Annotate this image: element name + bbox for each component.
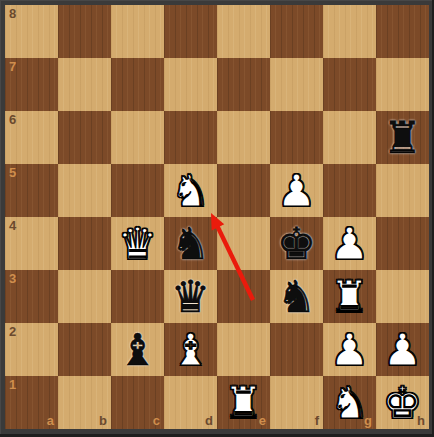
square-a3[interactable]: 3	[5, 270, 58, 323]
white-rook-g3[interactable]: ♜	[330, 270, 369, 323]
white-queen-c4[interactable]: ♛	[118, 217, 157, 270]
rank-label-5: 5	[9, 165, 16, 180]
square-b6[interactable]	[58, 111, 111, 164]
square-h2[interactable]: ♟	[376, 323, 429, 376]
square-d8[interactable]	[164, 5, 217, 58]
square-h4[interactable]	[376, 217, 429, 270]
file-label-c: c	[153, 413, 160, 428]
white-rook-e1[interactable]: ♜	[224, 376, 263, 429]
square-g2[interactable]: ♟	[323, 323, 376, 376]
square-c5[interactable]	[111, 164, 164, 217]
chess-app-window: 876♜5♞♟4♛♞♚♟3♛♞♜2♝♝♟♟1abcde♜fg♞h♚	[0, 0, 434, 437]
square-f5[interactable]: ♟	[270, 164, 323, 217]
file-label-a: a	[47, 413, 54, 428]
square-g4[interactable]: ♟	[323, 217, 376, 270]
square-d6[interactable]	[164, 111, 217, 164]
square-e7[interactable]	[217, 58, 270, 111]
square-b5[interactable]	[58, 164, 111, 217]
square-b4[interactable]	[58, 217, 111, 270]
white-king-h1[interactable]: ♚	[383, 376, 422, 429]
square-c4[interactable]: ♛	[111, 217, 164, 270]
square-f8[interactable]	[270, 5, 323, 58]
black-knight-d4[interactable]: ♞	[171, 217, 210, 270]
square-d2[interactable]: ♝	[164, 323, 217, 376]
square-h8[interactable]	[376, 5, 429, 58]
square-c1[interactable]: c	[111, 376, 164, 429]
square-e6[interactable]	[217, 111, 270, 164]
square-c7[interactable]	[111, 58, 164, 111]
square-a2[interactable]: 2	[5, 323, 58, 376]
white-pawn-g4[interactable]: ♟	[330, 217, 369, 270]
square-g5[interactable]	[323, 164, 376, 217]
square-e2[interactable]	[217, 323, 270, 376]
square-e5[interactable]	[217, 164, 270, 217]
square-a4[interactable]: 4	[5, 217, 58, 270]
square-d4[interactable]: ♞	[164, 217, 217, 270]
square-e8[interactable]	[217, 5, 270, 58]
square-a1[interactable]: 1a	[5, 376, 58, 429]
square-f1[interactable]: f	[270, 376, 323, 429]
square-b3[interactable]	[58, 270, 111, 323]
square-a5[interactable]: 5	[5, 164, 58, 217]
square-g6[interactable]	[323, 111, 376, 164]
file-label-b: b	[99, 413, 107, 428]
square-c2[interactable]: ♝	[111, 323, 164, 376]
square-b8[interactable]	[58, 5, 111, 58]
rank-label-4: 4	[9, 218, 16, 233]
black-king-f4[interactable]: ♚	[277, 217, 316, 270]
square-a8[interactable]: 8	[5, 5, 58, 58]
square-f4[interactable]: ♚	[270, 217, 323, 270]
square-f7[interactable]	[270, 58, 323, 111]
square-a6[interactable]: 6	[5, 111, 58, 164]
square-b2[interactable]	[58, 323, 111, 376]
file-label-d: d	[205, 413, 213, 428]
square-b1[interactable]: b	[58, 376, 111, 429]
square-h3[interactable]	[376, 270, 429, 323]
square-h6[interactable]: ♜	[376, 111, 429, 164]
file-label-f: f	[315, 413, 319, 428]
rank-label-1: 1	[9, 377, 16, 392]
square-d1[interactable]: d	[164, 376, 217, 429]
white-pawn-g2[interactable]: ♟	[330, 323, 369, 376]
square-d5[interactable]: ♞	[164, 164, 217, 217]
black-bishop-c2[interactable]: ♝	[118, 323, 157, 376]
square-f2[interactable]	[270, 323, 323, 376]
rank-label-7: 7	[9, 59, 16, 74]
square-d3[interactable]: ♛	[164, 270, 217, 323]
black-queen-d3[interactable]: ♛	[171, 270, 210, 323]
square-c6[interactable]	[111, 111, 164, 164]
square-g1[interactable]: g♞	[323, 376, 376, 429]
black-rook-h6[interactable]: ♜	[383, 111, 422, 164]
rank-label-3: 3	[9, 271, 16, 286]
white-knight-d5[interactable]: ♞	[171, 164, 210, 217]
white-bishop-d2[interactable]: ♝	[171, 323, 210, 376]
square-c3[interactable]	[111, 270, 164, 323]
square-h1[interactable]: h♚	[376, 376, 429, 429]
square-g3[interactable]: ♜	[323, 270, 376, 323]
square-d7[interactable]	[164, 58, 217, 111]
square-c8[interactable]	[111, 5, 164, 58]
square-h5[interactable]	[376, 164, 429, 217]
square-g7[interactable]	[323, 58, 376, 111]
rank-label-8: 8	[9, 6, 16, 21]
chess-board: 876♜5♞♟4♛♞♚♟3♛♞♜2♝♝♟♟1abcde♜fg♞h♚	[5, 5, 429, 429]
white-pawn-f5[interactable]: ♟	[277, 164, 316, 217]
white-knight-g1[interactable]: ♞	[330, 376, 369, 429]
square-g8[interactable]	[323, 5, 376, 58]
square-h7[interactable]	[376, 58, 429, 111]
black-knight-f3[interactable]: ♞	[277, 270, 316, 323]
square-b7[interactable]	[58, 58, 111, 111]
square-f3[interactable]: ♞	[270, 270, 323, 323]
rank-label-2: 2	[9, 324, 16, 339]
square-f6[interactable]	[270, 111, 323, 164]
rank-label-6: 6	[9, 112, 16, 127]
square-e4[interactable]	[217, 217, 270, 270]
square-e1[interactable]: e♜	[217, 376, 270, 429]
square-a7[interactable]: 7	[5, 58, 58, 111]
square-e3[interactable]	[217, 270, 270, 323]
white-pawn-h2[interactable]: ♟	[383, 323, 422, 376]
